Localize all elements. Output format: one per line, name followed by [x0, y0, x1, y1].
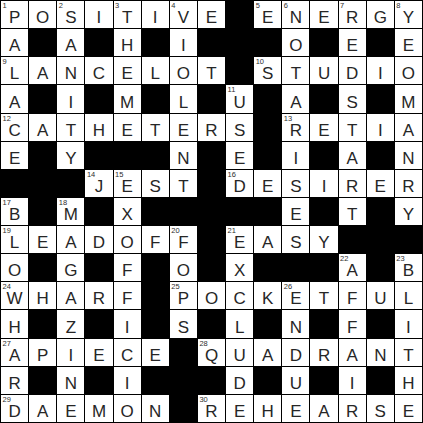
cell-letter: S	[254, 65, 281, 82]
cell-r5c1[interactable]: 12C	[1, 114, 28, 141]
cell-letter: A	[339, 262, 366, 279]
cell-letter: C	[226, 290, 253, 307]
cell-letter: T	[170, 178, 197, 195]
block-r7c3	[57, 170, 84, 197]
cell-letter: A	[57, 37, 84, 54]
cell-r11c13[interactable]: F	[339, 282, 366, 309]
cell-r6c9[interactable]: E	[226, 142, 253, 169]
cell-letter: N	[367, 347, 394, 364]
block-r3c9	[226, 57, 253, 84]
cell-letter: B	[1, 206, 28, 223]
cell-r13c8[interactable]: 28Q	[198, 339, 225, 366]
cell-r4c3[interactable]: I	[57, 85, 84, 112]
block-r15c7	[170, 395, 197, 422]
cell-r3c5[interactable]: E	[114, 57, 141, 84]
cell-r15c13[interactable]: R	[339, 395, 366, 422]
cell-letter: D	[226, 375, 253, 392]
cell-r1c4[interactable]: I	[85, 1, 112, 28]
cell-r12c11[interactable]: N	[282, 310, 309, 337]
block-r1c9	[226, 1, 253, 28]
cell-r15c12[interactable]: A	[310, 395, 337, 422]
block-r8c6	[142, 198, 169, 225]
cell-r13c5[interactable]: C	[114, 339, 141, 366]
cell-r7c5[interactable]: 15E	[114, 170, 141, 197]
cell-r5c3[interactable]: T	[57, 114, 84, 141]
cell-letter: A	[254, 234, 281, 251]
cell-r13c12[interactable]: R	[310, 339, 337, 366]
cell-r8c15[interactable]: Y	[395, 198, 422, 225]
cell-r4c9[interactable]: 11U	[226, 85, 253, 112]
block-r14c4	[85, 367, 112, 394]
cell-r8c5[interactable]: X	[114, 198, 141, 225]
cell-r9c6[interactable]: F	[142, 226, 169, 253]
block-r8c2	[29, 198, 56, 225]
cell-r6c1[interactable]: E	[1, 142, 28, 169]
cell-r12c7[interactable]: S	[170, 310, 197, 337]
cell-letter: Z	[57, 319, 84, 336]
cell-r5c5[interactable]: E	[114, 114, 141, 141]
cell-r5c4[interactable]: H	[85, 114, 112, 141]
cell-letter: P	[1, 9, 28, 26]
cell-letter: U	[310, 65, 337, 82]
cell-r3c6[interactable]: L	[142, 57, 169, 84]
cell-letter: U	[226, 94, 253, 111]
cell-letter: T	[395, 347, 422, 364]
cell-r7c12[interactable]: I	[310, 170, 337, 197]
block-r9c14	[367, 226, 394, 253]
cell-letter: T	[310, 290, 337, 307]
cell-letter: I	[57, 347, 84, 364]
block-r2c2	[29, 29, 56, 56]
block-r6c8	[198, 142, 225, 169]
cell-r12c3[interactable]: Z	[57, 310, 84, 337]
cell-letter: T	[198, 65, 225, 82]
cell-r6c13[interactable]: A	[339, 142, 366, 169]
cell-r13c9[interactable]: U	[226, 339, 253, 366]
cell-letter: L	[170, 94, 197, 111]
block-r14c2	[29, 367, 56, 394]
cell-letter: M	[114, 94, 141, 111]
cell-r7c15[interactable]: R	[395, 170, 422, 197]
cell-r6c15[interactable]: N	[395, 142, 422, 169]
cell-letter: S	[339, 94, 366, 111]
cell-letter: P	[29, 347, 56, 364]
cell-r9c10[interactable]: A	[254, 226, 281, 253]
cell-r3c7[interactable]: O	[170, 57, 197, 84]
cell-letter: F	[339, 319, 366, 336]
cell-r9c12[interactable]: Y	[310, 226, 337, 253]
cell-r15c2[interactable]: A	[29, 395, 56, 422]
cell-r3c14[interactable]: I	[367, 57, 394, 84]
cell-r10c9[interactable]: X	[226, 254, 253, 281]
cell-r4c7[interactable]: L	[170, 85, 197, 112]
block-r7c8	[198, 170, 225, 197]
cell-letter: R	[198, 122, 225, 139]
cell-letter: D	[1, 403, 28, 420]
cell-r2c1[interactable]: A	[1, 29, 28, 56]
cell-letter: U	[367, 290, 394, 307]
cell-letter: I	[367, 122, 394, 139]
cell-r7c6[interactable]: S	[142, 170, 169, 197]
cell-letter: S	[142, 178, 169, 195]
cell-r7c13[interactable]: R	[339, 170, 366, 197]
block-r14c6	[142, 367, 169, 394]
cell-r7c9[interactable]: 16D	[226, 170, 253, 197]
cell-r9c3[interactable]: A	[57, 226, 84, 253]
cell-letter: G	[57, 262, 84, 279]
cell-r1c13[interactable]: 7R	[339, 1, 366, 28]
cell-r11c12[interactable]: T	[310, 282, 337, 309]
cell-letter: A	[29, 403, 56, 420]
cell-r9c9[interactable]: 21E	[226, 226, 253, 253]
cell-r4c5[interactable]: M	[114, 85, 141, 112]
block-r7c2	[29, 170, 56, 197]
cell-letter: E	[367, 178, 394, 195]
cell-r2c11[interactable]: O	[282, 29, 309, 56]
cell-r1c5[interactable]: 3T	[114, 1, 141, 28]
cell-letter: E	[282, 206, 309, 223]
cell-r11c10[interactable]: K	[254, 282, 281, 309]
block-r9c8	[198, 226, 225, 253]
cell-letter: C	[114, 347, 141, 364]
cell-r10c1[interactable]: O	[1, 254, 28, 281]
cell-letter: H	[1, 319, 28, 336]
cell-r15c14[interactable]: S	[367, 395, 394, 422]
cell-r5c12[interactable]: E	[310, 114, 337, 141]
cell-r1c2[interactable]: O	[29, 1, 56, 28]
cell-letter: N	[282, 9, 309, 26]
cell-r8c13[interactable]: T	[339, 198, 366, 225]
cell-letter: I	[339, 375, 366, 392]
cell-letter: E	[57, 403, 84, 420]
cell-r2c13[interactable]: E	[339, 29, 366, 56]
cell-letter: E	[226, 150, 253, 167]
block-r10c10	[254, 254, 281, 281]
cell-r14c15[interactable]: H	[395, 367, 422, 394]
cell-r11c2[interactable]: H	[29, 282, 56, 309]
cell-r4c1[interactable]: A	[1, 85, 28, 112]
cell-r15c3[interactable]: E	[57, 395, 84, 422]
cell-r14c9[interactable]: D	[226, 367, 253, 394]
cell-r13c10[interactable]: A	[254, 339, 281, 366]
block-r10c6	[142, 254, 169, 281]
cell-r6c3[interactable]: Y	[57, 142, 84, 169]
block-r6c2	[29, 142, 56, 169]
cell-r8c11[interactable]: E	[282, 198, 309, 225]
block-r2c12	[310, 29, 337, 56]
block-r4c8	[198, 85, 225, 112]
cell-letter: A	[1, 347, 28, 364]
cell-letter: H	[85, 122, 112, 139]
block-r12c10	[254, 310, 281, 337]
cell-letter: A	[57, 234, 84, 251]
cell-r9c1[interactable]: 19L	[1, 226, 28, 253]
cell-r2c15[interactable]: E	[395, 29, 422, 56]
cell-r3c2[interactable]: A	[29, 57, 56, 84]
cell-r15c6[interactable]: N	[142, 395, 169, 422]
cell-r14c11[interactable]: U	[282, 367, 309, 394]
cell-letter: A	[339, 150, 366, 167]
cell-letter: R	[339, 9, 366, 26]
cell-r2c7[interactable]: I	[170, 29, 197, 56]
block-r4c12	[310, 85, 337, 112]
cell-r14c1[interactable]: R	[1, 367, 28, 394]
cell-r9c7[interactable]: 20F	[170, 226, 197, 253]
cell-letter: S	[282, 178, 309, 195]
cell-letter: E	[282, 403, 309, 420]
cell-r7c4[interactable]: 14J	[85, 170, 112, 197]
block-r14c7	[170, 367, 197, 394]
block-r10c12	[310, 254, 337, 281]
block-r8c12	[310, 198, 337, 225]
cell-r9c2[interactable]: E	[29, 226, 56, 253]
cell-letter: R	[282, 122, 309, 139]
cell-r10c15[interactable]: 23B	[395, 254, 422, 281]
cell-letter: T	[114, 9, 141, 26]
cell-r13c6[interactable]: E	[142, 339, 169, 366]
cell-r4c15[interactable]: M	[395, 85, 422, 112]
cell-r4c13[interactable]: S	[339, 85, 366, 112]
cell-r3c4[interactable]: C	[85, 57, 112, 84]
cell-r14c3[interactable]: N	[57, 367, 84, 394]
block-r4c6	[142, 85, 169, 112]
cell-letter: M	[395, 94, 422, 111]
cell-letter: E	[254, 9, 281, 26]
block-r4c10	[254, 85, 281, 112]
cell-r13c4[interactable]: E	[85, 339, 112, 366]
block-r12c8	[198, 310, 225, 337]
cell-letter: G	[367, 9, 394, 26]
cell-letter: U	[226, 347, 253, 364]
cell-r14c5[interactable]: I	[114, 367, 141, 394]
cell-letter: R	[395, 178, 422, 195]
cell-letter: O	[114, 234, 141, 251]
cell-letter: D	[226, 178, 253, 195]
cell-letter: V	[170, 9, 197, 26]
cell-r7c11[interactable]: S	[282, 170, 309, 197]
block-r6c12	[310, 142, 337, 169]
cell-letter: A	[1, 94, 28, 111]
cell-r1c3[interactable]: 2S	[57, 1, 84, 28]
cell-r9c4[interactable]: D	[85, 226, 112, 253]
cell-letter: O	[170, 65, 197, 82]
cell-r9c11[interactable]: S	[282, 226, 309, 253]
block-r8c8	[198, 198, 225, 225]
cell-letter: F	[170, 234, 197, 251]
cell-r1c7[interactable]: 4V	[170, 1, 197, 28]
cell-r11c11[interactable]: 26E	[282, 282, 309, 309]
cell-letter: R	[85, 290, 112, 307]
block-r8c4	[85, 198, 112, 225]
cell-r5c13[interactable]: T	[339, 114, 366, 141]
cell-letter: Y	[310, 234, 337, 251]
cell-letter: O	[395, 65, 422, 82]
cell-r13c14[interactable]: N	[367, 339, 394, 366]
cell-letter: A	[254, 347, 281, 364]
block-r2c14	[367, 29, 394, 56]
cell-letter: E	[142, 347, 169, 364]
cell-r9c5[interactable]: O	[114, 226, 141, 253]
cell-r2c3[interactable]: A	[57, 29, 84, 56]
cell-r5c9[interactable]: S	[226, 114, 253, 141]
cell-r7c7[interactable]: T	[170, 170, 197, 197]
cell-r1c6[interactable]: I	[142, 1, 169, 28]
cell-r15c9[interactable]: E	[226, 395, 253, 422]
cell-letter: H	[29, 290, 56, 307]
cell-r11c9[interactable]: C	[226, 282, 253, 309]
cell-letter: J	[85, 178, 112, 195]
block-r13c7	[170, 339, 197, 366]
cell-r2c5[interactable]: H	[114, 29, 141, 56]
cell-letter: O	[282, 37, 309, 54]
cell-r4c11[interactable]: A	[282, 85, 309, 112]
cell-r15c5[interactable]: O	[114, 395, 141, 422]
cell-letter: K	[254, 290, 281, 307]
cell-r15c8[interactable]: 30R	[198, 395, 225, 422]
cell-letter: I	[395, 319, 422, 336]
cell-r11c5[interactable]: F	[114, 282, 141, 309]
cell-letter: Y	[395, 9, 422, 26]
cell-letter: U	[282, 375, 309, 392]
cell-letter: E	[310, 9, 337, 26]
block-r4c4	[85, 85, 112, 112]
cell-letter: A	[29, 122, 56, 139]
block-r10c4	[85, 254, 112, 281]
cell-r11c8[interactable]: O	[198, 282, 225, 309]
cell-r8c1[interactable]: 17B	[1, 198, 28, 225]
cell-letter: E	[114, 178, 141, 195]
cell-letter: F	[114, 290, 141, 307]
cell-letter: L	[1, 65, 28, 82]
cell-r13c1[interactable]: 27A	[1, 339, 28, 366]
cell-letter: E	[226, 403, 253, 420]
block-r8c10	[254, 198, 281, 225]
cell-r5c11[interactable]: 13R	[282, 114, 309, 141]
cell-letter: R	[198, 403, 225, 420]
cell-letter: I	[282, 150, 309, 167]
cell-r13c13[interactable]: A	[339, 339, 366, 366]
cell-r11c7[interactable]: 25P	[170, 282, 197, 309]
cell-letter: I	[114, 375, 141, 392]
cell-r11c3[interactable]: A	[57, 282, 84, 309]
cell-r6c7[interactable]: N	[170, 142, 197, 169]
cell-r3c13[interactable]: D	[339, 57, 366, 84]
cell-r13c11[interactable]: D	[282, 339, 309, 366]
cell-r14c13[interactable]: I	[339, 367, 366, 394]
cell-letter: I	[57, 94, 84, 111]
cell-letter: A	[57, 290, 84, 307]
cell-letter: O	[170, 262, 197, 279]
block-r14c8	[198, 367, 225, 394]
cell-r3c1[interactable]: 9L	[1, 57, 28, 84]
cell-r5c7[interactable]: E	[170, 114, 197, 141]
cell-letter: X	[114, 206, 141, 223]
cell-letter: C	[85, 65, 112, 82]
block-r2c10	[254, 29, 281, 56]
cell-letter: M	[57, 206, 84, 223]
block-r12c14	[367, 310, 394, 337]
block-r11c6	[142, 282, 169, 309]
cell-r5c14[interactable]: I	[367, 114, 394, 141]
cell-r5c6[interactable]: T	[142, 114, 169, 141]
cell-letter: L	[395, 290, 422, 307]
cell-letter: E	[339, 37, 366, 54]
cell-letter: I	[310, 178, 337, 195]
cell-r12c5[interactable]: I	[114, 310, 141, 337]
cell-r3c8[interactable]: T	[198, 57, 225, 84]
cell-letter: T	[339, 122, 366, 139]
cell-r3c15[interactable]: O	[395, 57, 422, 84]
cell-letter: N	[142, 403, 169, 420]
cell-r3c12[interactable]: U	[310, 57, 337, 84]
block-r14c12	[310, 367, 337, 394]
cell-r7c14[interactable]: E	[367, 170, 394, 197]
cell-letter: E	[282, 290, 309, 307]
cell-r1c15[interactable]: 8Y	[395, 1, 422, 28]
cell-r12c1[interactable]: H	[1, 310, 28, 337]
cell-r13c15[interactable]: T	[395, 339, 422, 366]
cell-letter: S	[282, 234, 309, 251]
cell-r13c3[interactable]: I	[57, 339, 84, 366]
block-r12c6	[142, 310, 169, 337]
cell-letter: A	[395, 122, 422, 139]
cell-letter: O	[1, 262, 28, 279]
cell-r8c3[interactable]: 18M	[57, 198, 84, 225]
cell-r13c2[interactable]: P	[29, 339, 56, 366]
cell-r6c11[interactable]: I	[282, 142, 309, 169]
cell-r1c10[interactable]: 5E	[254, 1, 281, 28]
cell-r10c5[interactable]: F	[114, 254, 141, 281]
cell-r5c2[interactable]: A	[29, 114, 56, 141]
cell-r7c10[interactable]: E	[254, 170, 281, 197]
cell-r11c14[interactable]: U	[367, 282, 394, 309]
cell-r3c10[interactable]: 10S	[254, 57, 281, 84]
cell-r11c4[interactable]: R	[85, 282, 112, 309]
block-r14c14	[367, 367, 394, 394]
cell-r3c3[interactable]: N	[57, 57, 84, 84]
cell-r10c7[interactable]: O	[170, 254, 197, 281]
cell-r1c8[interactable]: E	[198, 1, 225, 28]
cell-r3c11[interactable]: T	[282, 57, 309, 84]
cell-r1c11[interactable]: 6N	[282, 1, 309, 28]
block-r10c11	[282, 254, 309, 281]
cell-r15c11[interactable]: E	[282, 395, 309, 422]
cell-r12c15[interactable]: I	[395, 310, 422, 337]
cell-r15c15[interactable]: E	[395, 395, 422, 422]
cell-r15c4[interactable]: M	[85, 395, 112, 422]
cell-letter: F	[339, 290, 366, 307]
cell-letter: A	[29, 65, 56, 82]
cell-r12c9[interactable]: L	[226, 310, 253, 337]
cell-r1c14[interactable]: G	[367, 1, 394, 28]
cell-letter: B	[395, 262, 422, 279]
cell-r11c1[interactable]: 24W	[1, 282, 28, 309]
cell-r1c1[interactable]: 1P	[1, 1, 28, 28]
cell-letter: P	[170, 290, 197, 307]
cell-letter: S	[367, 403, 394, 420]
cell-letter: D	[282, 347, 309, 364]
cell-r5c8[interactable]: R	[198, 114, 225, 141]
cell-r10c13[interactable]: 22A	[339, 254, 366, 281]
cell-r5c15[interactable]: A	[395, 114, 422, 141]
cell-r12c13[interactable]: F	[339, 310, 366, 337]
cell-r11c15[interactable]: L	[395, 282, 422, 309]
cell-r15c10[interactable]: H	[254, 395, 281, 422]
cell-r10c3[interactable]: G	[57, 254, 84, 281]
cell-r1c12[interactable]: E	[310, 1, 337, 28]
cell-r15c1[interactable]: 29D	[1, 395, 28, 422]
cell-letter: E	[114, 122, 141, 139]
